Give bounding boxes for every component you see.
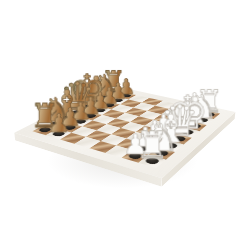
piece-felt-base — [180, 113, 194, 119]
piece-felt-base — [51, 130, 67, 137]
piece-felt-base — [188, 123, 203, 129]
piece-felt-base — [171, 135, 187, 142]
piece-felt-base — [163, 142, 180, 150]
piece-felt-base — [83, 113, 98, 119]
piece-felt-base — [143, 157, 161, 166]
chess-set-photo: ♜♟♟♜♞♟♟♞♝♟♟♝♚♟♟♚♛♟♟♛♝♟♟♝♞♟♟♞♜♟♟♜ — [0, 0, 238, 238]
piece-felt-base — [73, 118, 88, 124]
piece-felt-base — [48, 120, 64, 126]
chess-board: ♜♟♟♜♞♟♟♞♝♟♟♝♚♟♟♚♛♟♟♛♝♟♟♝♞♟♟♞♜♟♟♜ — [14, 85, 235, 178]
square-h1: ♜ — [139, 155, 166, 168]
